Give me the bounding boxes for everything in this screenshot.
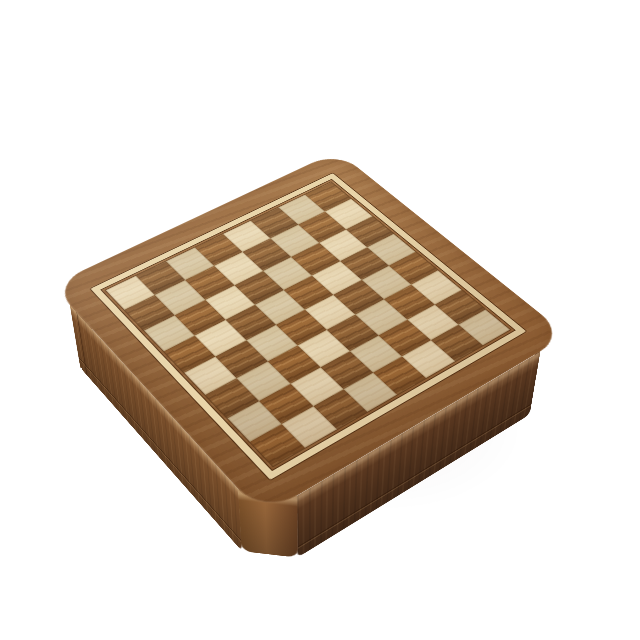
photo-scene — [0, 0, 640, 640]
